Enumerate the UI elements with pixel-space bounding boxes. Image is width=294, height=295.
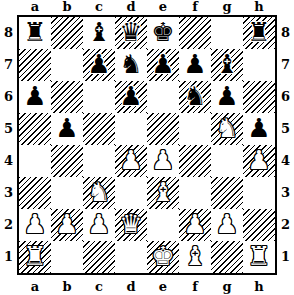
black-pawn-e7[interactable]: ♟ xyxy=(147,49,179,81)
rank-label-left-5: 5 xyxy=(0,113,17,145)
square-f8[interactable] xyxy=(179,17,211,49)
square-f5[interactable] xyxy=(179,113,211,145)
square-a1[interactable]: ♜ xyxy=(19,241,51,273)
square-b3[interactable] xyxy=(51,177,83,209)
rank-label-left-2: 2 xyxy=(0,209,17,241)
square-f2[interactable]: ♟ xyxy=(179,209,211,241)
square-b6[interactable] xyxy=(51,81,83,113)
square-d7[interactable]: ♞ xyxy=(115,49,147,81)
black-pawn-c7[interactable]: ♟ xyxy=(83,49,115,81)
file-label-bottom-h: h xyxy=(243,277,275,293)
black-knight-f6[interactable]: ♞ xyxy=(179,81,211,113)
white-pawn-d4[interactable]: ♟ xyxy=(115,145,147,177)
rank-label-right-7: 7 xyxy=(277,49,294,81)
square-b8[interactable] xyxy=(51,17,83,49)
white-queen-d2[interactable]: ♛ xyxy=(115,209,147,241)
file-label-bottom-e: e xyxy=(147,277,179,293)
square-h7[interactable] xyxy=(243,49,275,81)
square-b4[interactable] xyxy=(51,145,83,177)
square-a3[interactable] xyxy=(19,177,51,209)
square-h8[interactable]: ♜ xyxy=(243,17,275,49)
rank-label-left-4: 4 xyxy=(0,145,17,177)
rank-labels-left: 87654321 xyxy=(0,15,17,275)
file-label-top-d: d xyxy=(115,0,147,13)
square-g3[interactable] xyxy=(211,177,243,209)
rank-label-left-8: 8 xyxy=(0,17,17,49)
file-label-top-b: b xyxy=(51,0,83,13)
square-c8[interactable]: ♝ xyxy=(83,17,115,49)
white-bishop-f1[interactable]: ♝ xyxy=(179,241,211,273)
chess-board: ♜♝♛♚♜♟♞♟♟♝♟♟♞♟♟♞♟♟♟♟♞♝♟♟♟♛♟♟♜♚♝♜ xyxy=(17,15,277,275)
black-pawn-h5[interactable]: ♟ xyxy=(243,113,275,145)
square-c7[interactable]: ♟ xyxy=(83,49,115,81)
square-h5[interactable]: ♟ xyxy=(243,113,275,145)
rank-label-left-6: 6 xyxy=(0,81,17,113)
corner-top-right xyxy=(277,0,294,15)
square-d4[interactable]: ♟ xyxy=(115,145,147,177)
square-f4[interactable] xyxy=(179,145,211,177)
white-king-e1[interactable]: ♚ xyxy=(147,241,179,273)
square-f7[interactable]: ♟ xyxy=(179,49,211,81)
square-f6[interactable]: ♞ xyxy=(179,81,211,113)
file-label-bottom-f: f xyxy=(179,277,211,293)
file-label-top-a: a xyxy=(19,0,51,13)
rank-labels-right: 87654321 xyxy=(277,15,294,275)
file-label-top-e: e xyxy=(147,0,179,13)
square-g4[interactable] xyxy=(211,145,243,177)
rank-label-right-1: 1 xyxy=(277,241,294,273)
square-c3[interactable]: ♞ xyxy=(83,177,115,209)
file-label-bottom-c: c xyxy=(83,277,115,293)
square-h1[interactable]: ♜ xyxy=(243,241,275,273)
square-e7[interactable]: ♟ xyxy=(147,49,179,81)
file-label-top-f: f xyxy=(179,0,211,13)
square-h6[interactable] xyxy=(243,81,275,113)
file-label-top-g: g xyxy=(211,0,243,13)
square-d1[interactable] xyxy=(115,241,147,273)
square-c2[interactable]: ♟ xyxy=(83,209,115,241)
square-f3[interactable] xyxy=(179,177,211,209)
rank-label-right-8: 8 xyxy=(277,17,294,49)
square-h2[interactable] xyxy=(243,209,275,241)
rank-label-right-4: 4 xyxy=(277,145,294,177)
square-b1[interactable] xyxy=(51,241,83,273)
white-pawn-b2[interactable]: ♟ xyxy=(51,209,83,241)
black-bishop-c8[interactable]: ♝ xyxy=(83,17,115,49)
black-king-e8[interactable]: ♚ xyxy=(147,17,179,49)
file-labels-top: abcdefgh xyxy=(17,0,277,15)
white-pawn-f2[interactable]: ♟ xyxy=(179,209,211,241)
square-f1[interactable]: ♝ xyxy=(179,241,211,273)
file-label-bottom-a: a xyxy=(19,277,51,293)
square-a5[interactable] xyxy=(19,113,51,145)
white-rook-a1[interactable]: ♜ xyxy=(19,241,51,273)
square-e2[interactable] xyxy=(147,209,179,241)
square-c6[interactable] xyxy=(83,81,115,113)
black-rook-a8[interactable]: ♜ xyxy=(19,17,51,49)
square-e8[interactable]: ♚ xyxy=(147,17,179,49)
square-e5[interactable] xyxy=(147,113,179,145)
square-g2[interactable]: ♟ xyxy=(211,209,243,241)
square-a6[interactable]: ♟ xyxy=(19,81,51,113)
square-a7[interactable] xyxy=(19,49,51,81)
file-label-bottom-b: b xyxy=(51,277,83,293)
file-label-top-h: h xyxy=(243,0,275,13)
square-b5[interactable]: ♟ xyxy=(51,113,83,145)
square-g8[interactable] xyxy=(211,17,243,49)
square-a4[interactable] xyxy=(19,145,51,177)
black-pawn-d6[interactable]: ♟ xyxy=(115,81,147,113)
black-knight-d7[interactable]: ♞ xyxy=(115,49,147,81)
square-h3[interactable] xyxy=(243,177,275,209)
rank-label-left-3: 3 xyxy=(0,177,17,209)
white-rook-h1[interactable]: ♜ xyxy=(243,241,275,273)
square-e4[interactable]: ♟ xyxy=(147,145,179,177)
black-bishop-g7[interactable]: ♝ xyxy=(211,49,243,81)
rank-label-right-2: 2 xyxy=(277,209,294,241)
black-pawn-g6[interactable]: ♟ xyxy=(211,81,243,113)
white-pawn-g2[interactable]: ♟ xyxy=(211,209,243,241)
square-d3[interactable] xyxy=(115,177,147,209)
rank-label-left-1: 1 xyxy=(0,241,17,273)
square-c4[interactable] xyxy=(83,145,115,177)
corner-bottom-left xyxy=(0,275,17,295)
rank-label-right-6: 6 xyxy=(277,81,294,113)
corner-top-left xyxy=(0,0,17,15)
square-d5[interactable] xyxy=(115,113,147,145)
file-label-bottom-g: g xyxy=(211,277,243,293)
square-c1[interactable] xyxy=(83,241,115,273)
square-e1[interactable]: ♚ xyxy=(147,241,179,273)
corner-bottom-right xyxy=(277,275,294,295)
black-rook-h8[interactable]: ♜ xyxy=(243,17,275,49)
square-a2[interactable]: ♟ xyxy=(19,209,51,241)
square-d2[interactable]: ♛ xyxy=(115,209,147,241)
rank-label-right-3: 3 xyxy=(277,177,294,209)
black-pawn-f7[interactable]: ♟ xyxy=(179,49,211,81)
square-a8[interactable]: ♜ xyxy=(19,17,51,49)
black-pawn-a6[interactable]: ♟ xyxy=(19,81,51,113)
square-b2[interactable]: ♟ xyxy=(51,209,83,241)
white-bishop-e3[interactable]: ♝ xyxy=(147,177,179,209)
black-queen-d8[interactable]: ♛ xyxy=(115,17,147,49)
white-pawn-c2[interactable]: ♟ xyxy=(83,209,115,241)
white-knight-c3[interactable]: ♞ xyxy=(83,177,115,209)
square-g7[interactable]: ♝ xyxy=(211,49,243,81)
square-g5[interactable]: ♞ xyxy=(211,113,243,145)
square-b7[interactable] xyxy=(51,49,83,81)
square-h4[interactable]: ♟ xyxy=(243,145,275,177)
black-pawn-b5[interactable]: ♟ xyxy=(51,113,83,145)
white-knight-g5[interactable]: ♞ xyxy=(211,113,243,145)
square-d6[interactable]: ♟ xyxy=(115,81,147,113)
rank-label-left-7: 7 xyxy=(0,49,17,81)
square-g6[interactable]: ♟ xyxy=(211,81,243,113)
file-labels-bottom: abcdefgh xyxy=(17,275,277,295)
file-label-top-c: c xyxy=(83,0,115,13)
square-d8[interactable]: ♛ xyxy=(115,17,147,49)
white-pawn-h4[interactable]: ♟ xyxy=(243,145,275,177)
rank-label-right-5: 5 xyxy=(277,113,294,145)
square-c5[interactable] xyxy=(83,113,115,145)
chess-diagram: abcdefgh 87654321 ♜♝♛♚♜♟♞♟♟♝♟♟♞♟♟♞♟♟♟♟♞♝… xyxy=(0,0,294,295)
square-e6[interactable] xyxy=(147,81,179,113)
white-pawn-e4[interactable]: ♟ xyxy=(147,145,179,177)
square-g1[interactable] xyxy=(211,241,243,273)
white-pawn-a2[interactable]: ♟ xyxy=(19,209,51,241)
file-label-bottom-d: d xyxy=(115,277,147,293)
square-e3[interactable]: ♝ xyxy=(147,177,179,209)
